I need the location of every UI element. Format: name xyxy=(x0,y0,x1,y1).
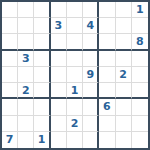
given-digit: 3 xyxy=(22,53,30,64)
given-digit: 3 xyxy=(54,20,62,31)
cell-r7c3[interactable] xyxy=(51,116,67,132)
cell-r2c5[interactable] xyxy=(83,34,99,50)
cell-r1c3[interactable]: 3 xyxy=(51,18,67,34)
cell-r8c4[interactable] xyxy=(67,132,83,148)
cell-r2c7[interactable] xyxy=(116,34,132,50)
cell-r5c5[interactable] xyxy=(83,83,99,99)
cell-r2c3[interactable] xyxy=(51,34,67,50)
given-digit: 2 xyxy=(71,118,79,129)
cell-r7c2[interactable] xyxy=(34,116,50,132)
cell-r6c5[interactable] xyxy=(83,99,99,115)
cell-r0c4[interactable] xyxy=(67,2,83,18)
cell-r2c1[interactable] xyxy=(18,34,34,50)
cell-r8c8[interactable] xyxy=(132,132,148,148)
cell-r8c3[interactable] xyxy=(51,132,67,148)
cell-r8c2[interactable]: 1 xyxy=(34,132,50,148)
cell-r0c8[interactable]: 1 xyxy=(132,2,148,18)
cell-r5c6[interactable] xyxy=(99,83,115,99)
cell-r8c7[interactable] xyxy=(116,132,132,148)
cell-r4c0[interactable] xyxy=(2,67,18,83)
cell-r3c6[interactable] xyxy=(99,51,115,67)
cell-r5c4[interactable]: 1 xyxy=(67,83,83,99)
cell-r2c2[interactable] xyxy=(34,34,50,50)
cell-r3c2[interactable] xyxy=(34,51,50,67)
cell-r4c3[interactable] xyxy=(51,67,67,83)
cell-r1c6[interactable] xyxy=(99,18,115,34)
cell-r1c0[interactable] xyxy=(2,18,18,34)
cell-r8c5[interactable] xyxy=(83,132,99,148)
cell-r8c1[interactable] xyxy=(18,132,34,148)
cell-r0c6[interactable] xyxy=(99,2,115,18)
cell-r8c0[interactable]: 7 xyxy=(2,132,18,148)
given-digit: 7 xyxy=(6,134,14,145)
cell-r3c1[interactable]: 3 xyxy=(18,51,34,67)
cell-r5c0[interactable] xyxy=(2,83,18,99)
given-digit: 6 xyxy=(103,101,111,112)
cell-r0c5[interactable] xyxy=(83,2,99,18)
cell-r7c1[interactable] xyxy=(18,116,34,132)
cell-r0c2[interactable] xyxy=(34,2,50,18)
cell-r1c4[interactable] xyxy=(67,18,83,34)
cell-r0c7[interactable] xyxy=(116,2,132,18)
cell-r5c8[interactable] xyxy=(132,83,148,99)
cell-r1c5[interactable]: 4 xyxy=(83,18,99,34)
cell-r4c7[interactable]: 2 xyxy=(116,67,132,83)
cell-r4c8[interactable] xyxy=(132,67,148,83)
cell-r5c3[interactable] xyxy=(51,83,67,99)
given-digit: 1 xyxy=(38,134,46,145)
cell-r0c1[interactable] xyxy=(18,2,34,18)
cell-r3c4[interactable] xyxy=(67,51,83,67)
given-digit: 9 xyxy=(86,69,94,80)
cell-r4c5[interactable]: 9 xyxy=(83,67,99,83)
cell-r7c8[interactable] xyxy=(132,116,148,132)
given-digit: 2 xyxy=(119,69,127,80)
given-digit: 1 xyxy=(71,85,79,96)
cell-r5c7[interactable] xyxy=(116,83,132,99)
cell-r6c4[interactable] xyxy=(67,99,83,115)
cell-r6c6[interactable]: 6 xyxy=(99,99,115,115)
cell-r7c0[interactable] xyxy=(2,116,18,132)
cell-r0c0[interactable] xyxy=(2,2,18,18)
cell-r6c8[interactable] xyxy=(132,99,148,115)
cell-r4c6[interactable] xyxy=(99,67,115,83)
cell-r7c6[interactable] xyxy=(99,116,115,132)
cell-r5c1[interactable]: 2 xyxy=(18,83,34,99)
cell-r6c1[interactable] xyxy=(18,99,34,115)
cell-r5c2[interactable] xyxy=(34,83,50,99)
sudoku-board: 1348392216271 xyxy=(0,0,150,150)
cell-r1c7[interactable] xyxy=(116,18,132,34)
cell-r1c8[interactable] xyxy=(132,18,148,34)
cell-r6c3[interactable] xyxy=(51,99,67,115)
cell-r3c0[interactable] xyxy=(2,51,18,67)
cell-r3c5[interactable] xyxy=(83,51,99,67)
cell-r1c1[interactable] xyxy=(18,18,34,34)
cell-r6c7[interactable] xyxy=(116,99,132,115)
cell-r1c2[interactable] xyxy=(34,18,50,34)
cell-r3c8[interactable] xyxy=(132,51,148,67)
cell-r2c6[interactable] xyxy=(99,34,115,50)
given-digit: 4 xyxy=(86,20,94,31)
cell-r6c0[interactable] xyxy=(2,99,18,115)
cell-r4c1[interactable] xyxy=(18,67,34,83)
cell-r2c4[interactable] xyxy=(67,34,83,50)
cell-r6c2[interactable] xyxy=(34,99,50,115)
cell-r3c3[interactable] xyxy=(51,51,67,67)
cell-r2c8[interactable]: 8 xyxy=(132,34,148,50)
cell-r0c3[interactable] xyxy=(51,2,67,18)
cell-r4c4[interactable] xyxy=(67,67,83,83)
cell-r8c6[interactable] xyxy=(99,132,115,148)
given-digit: 8 xyxy=(136,36,144,47)
cell-r7c4[interactable]: 2 xyxy=(67,116,83,132)
cell-r2c0[interactable] xyxy=(2,34,18,50)
given-digit: 2 xyxy=(22,85,30,96)
cell-r4c2[interactable] xyxy=(34,67,50,83)
cell-r7c7[interactable] xyxy=(116,116,132,132)
cell-r3c7[interactable] xyxy=(116,51,132,67)
cell-r7c5[interactable] xyxy=(83,116,99,132)
given-digit: 1 xyxy=(136,4,144,15)
